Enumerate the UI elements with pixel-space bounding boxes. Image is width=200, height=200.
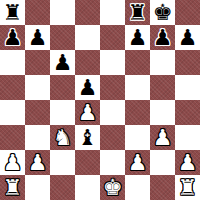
square-b2[interactable]: ♟ <box>25 150 50 175</box>
square-e5[interactable] <box>100 75 125 100</box>
square-b8[interactable] <box>25 0 50 25</box>
black-pawn: ♟ <box>78 75 98 100</box>
square-d5[interactable]: ♟ <box>75 75 100 100</box>
square-b6[interactable] <box>25 50 50 75</box>
square-f7[interactable]: ♟ <box>125 25 150 50</box>
black-bishop: ♝ <box>78 125 98 150</box>
square-a6[interactable] <box>0 50 25 75</box>
square-e4[interactable] <box>100 100 125 125</box>
square-e1[interactable]: ♚ <box>100 175 125 200</box>
square-h5[interactable] <box>175 75 200 100</box>
black-rook: ♜ <box>128 0 148 25</box>
square-h8[interactable] <box>175 0 200 25</box>
square-f1[interactable] <box>125 175 150 200</box>
square-g1[interactable] <box>150 175 175 200</box>
square-f8[interactable]: ♜ <box>125 0 150 25</box>
square-c2[interactable] <box>50 150 75 175</box>
square-b1[interactable] <box>25 175 50 200</box>
white-pawn: ♟ <box>28 150 48 175</box>
square-g8[interactable]: ♚ <box>150 0 175 25</box>
black-pawn: ♟ <box>3 25 23 50</box>
square-h6[interactable] <box>175 50 200 75</box>
square-e3[interactable] <box>100 125 125 150</box>
square-d3[interactable]: ♝ <box>75 125 100 150</box>
white-pawn: ♟ <box>153 125 173 150</box>
white-knight: ♞ <box>53 125 73 150</box>
white-rook: ♜ <box>3 175 23 200</box>
black-pawn: ♟ <box>153 25 173 50</box>
square-h2[interactable]: ♟ <box>175 150 200 175</box>
square-f5[interactable] <box>125 75 150 100</box>
white-pawn: ♟ <box>178 150 198 175</box>
square-c1[interactable] <box>50 175 75 200</box>
black-pawn: ♟ <box>28 25 48 50</box>
white-pawn: ♟ <box>78 100 98 125</box>
square-e7[interactable] <box>100 25 125 50</box>
black-pawn: ♟ <box>128 25 148 50</box>
square-b4[interactable] <box>25 100 50 125</box>
square-h1[interactable]: ♜ <box>175 175 200 200</box>
white-king: ♚ <box>103 175 123 200</box>
square-e8[interactable] <box>100 0 125 25</box>
square-c7[interactable] <box>50 25 75 50</box>
square-b5[interactable] <box>25 75 50 100</box>
white-pawn: ♟ <box>3 150 23 175</box>
square-a2[interactable]: ♟ <box>0 150 25 175</box>
square-c8[interactable] <box>50 0 75 25</box>
square-a7[interactable]: ♟ <box>0 25 25 50</box>
white-rook: ♜ <box>178 175 198 200</box>
square-b3[interactable] <box>25 125 50 150</box>
square-f3[interactable] <box>125 125 150 150</box>
square-g7[interactable]: ♟ <box>150 25 175 50</box>
square-c4[interactable] <box>50 100 75 125</box>
square-a1[interactable]: ♜ <box>0 175 25 200</box>
square-h7[interactable]: ♟ <box>175 25 200 50</box>
square-d2[interactable] <box>75 150 100 175</box>
square-e6[interactable] <box>100 50 125 75</box>
white-pawn: ♟ <box>128 150 148 175</box>
square-f2[interactable]: ♟ <box>125 150 150 175</box>
square-h4[interactable] <box>175 100 200 125</box>
black-pawn: ♟ <box>178 25 198 50</box>
square-f4[interactable] <box>125 100 150 125</box>
square-g5[interactable] <box>150 75 175 100</box>
chess-board: ♜♜♚♟♟♟♟♟♟♟♟♞♝♟♟♟♟♟♜♚♜ <box>0 0 200 200</box>
square-e2[interactable] <box>100 150 125 175</box>
square-f6[interactable] <box>125 50 150 75</box>
square-c3[interactable]: ♞ <box>50 125 75 150</box>
square-c6[interactable]: ♟ <box>50 50 75 75</box>
black-king: ♚ <box>153 0 173 25</box>
square-a3[interactable] <box>0 125 25 150</box>
square-c5[interactable] <box>50 75 75 100</box>
square-g6[interactable] <box>150 50 175 75</box>
square-g3[interactable]: ♟ <box>150 125 175 150</box>
square-g2[interactable] <box>150 150 175 175</box>
square-a8[interactable]: ♜ <box>0 0 25 25</box>
square-g4[interactable] <box>150 100 175 125</box>
square-h3[interactable] <box>175 125 200 150</box>
square-d6[interactable] <box>75 50 100 75</box>
square-d4[interactable]: ♟ <box>75 100 100 125</box>
square-d1[interactable] <box>75 175 100 200</box>
square-a4[interactable] <box>0 100 25 125</box>
black-pawn: ♟ <box>53 50 73 75</box>
square-d8[interactable] <box>75 0 100 25</box>
square-a5[interactable] <box>0 75 25 100</box>
square-b7[interactable]: ♟ <box>25 25 50 50</box>
black-rook: ♜ <box>3 0 23 25</box>
square-d7[interactable] <box>75 25 100 50</box>
